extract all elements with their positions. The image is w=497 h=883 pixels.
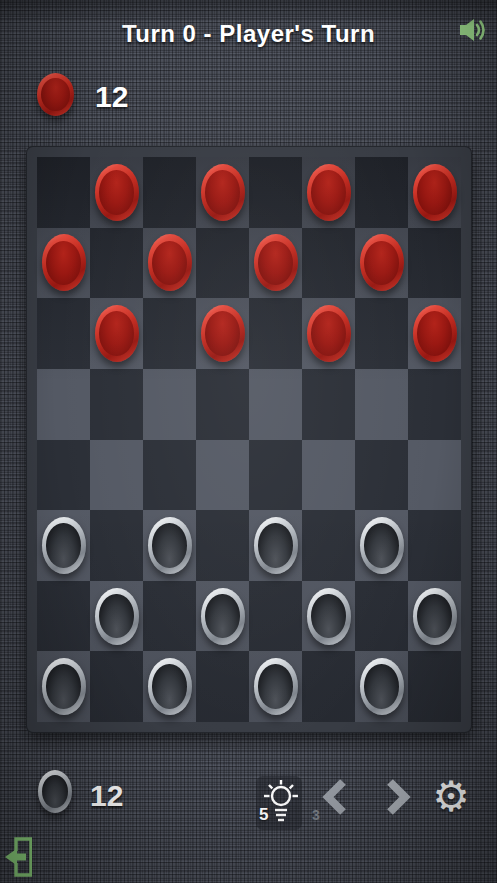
black-piece[interactable] — [254, 517, 298, 574]
door-exit-icon — [4, 834, 32, 880]
square-r3c5 — [302, 369, 355, 440]
square-r0c6 — [355, 157, 408, 228]
square-r6c0 — [37, 581, 90, 652]
square-r0c7[interactable] — [408, 157, 461, 228]
square-r6c6 — [355, 581, 408, 652]
black-piece[interactable] — [360, 517, 404, 574]
red-piece[interactable] — [413, 305, 457, 362]
black-piece[interactable] — [307, 588, 351, 645]
gear-icon: ⚙ — [432, 772, 470, 821]
square-r5c2[interactable] — [143, 510, 196, 581]
red-piece[interactable] — [95, 164, 139, 221]
square-r5c5 — [302, 510, 355, 581]
square-r2c7[interactable] — [408, 298, 461, 369]
red-piece-count: 12 — [95, 80, 128, 114]
square-r7c7 — [408, 651, 461, 722]
square-r2c4 — [249, 298, 302, 369]
red-piece[interactable] — [95, 305, 139, 362]
square-r1c3 — [196, 228, 249, 299]
square-r5c6[interactable] — [355, 510, 408, 581]
black-piece[interactable] — [42, 658, 86, 715]
black-piece[interactable] — [254, 658, 298, 715]
undo-count-badge: 3 — [312, 807, 320, 823]
square-r5c0[interactable] — [37, 510, 90, 581]
square-r4c4 — [249, 440, 302, 511]
square-r5c1 — [90, 510, 143, 581]
black-piece[interactable] — [413, 588, 457, 645]
square-r3c3 — [196, 369, 249, 440]
black-piece[interactable] — [148, 517, 192, 574]
black-counter-piece — [38, 770, 72, 813]
red-piece[interactable] — [42, 234, 86, 291]
red-piece[interactable] — [307, 164, 351, 221]
square-r2c1[interactable] — [90, 298, 143, 369]
exit-button[interactable] — [4, 834, 32, 880]
red-counter-piece — [37, 73, 74, 116]
square-r6c1[interactable] — [90, 581, 143, 652]
square-r0c4 — [249, 157, 302, 228]
square-r0c2 — [143, 157, 196, 228]
square-r2c0 — [37, 298, 90, 369]
board-grid — [37, 157, 461, 722]
chevron-left-icon — [322, 779, 348, 815]
turn-status-title: Turn 0 - Player's Turn — [0, 20, 497, 48]
square-r6c7[interactable] — [408, 581, 461, 652]
square-r6c3[interactable] — [196, 581, 249, 652]
undo-button[interactable]: 3 — [312, 779, 350, 819]
square-r2c3[interactable] — [196, 298, 249, 369]
square-r1c4[interactable] — [249, 228, 302, 299]
square-r4c2 — [143, 440, 196, 511]
square-r7c5 — [302, 651, 355, 722]
black-piece[interactable] — [95, 588, 139, 645]
red-piece[interactable] — [413, 164, 457, 221]
red-piece[interactable] — [201, 164, 245, 221]
hint-button[interactable]: 5 — [256, 776, 302, 830]
red-piece[interactable] — [360, 234, 404, 291]
black-piece[interactable] — [42, 517, 86, 574]
square-r5c7 — [408, 510, 461, 581]
square-r7c0[interactable] — [37, 651, 90, 722]
square-r0c1[interactable] — [90, 157, 143, 228]
square-r1c6[interactable] — [355, 228, 408, 299]
square-r4c1[interactable] — [90, 440, 143, 511]
square-r4c5[interactable] — [302, 440, 355, 511]
square-r1c7 — [408, 228, 461, 299]
black-piece-count: 12 — [90, 779, 123, 813]
chevron-right-icon — [385, 779, 411, 815]
black-piece[interactable] — [360, 658, 404, 715]
speaker-icon — [459, 17, 487, 43]
square-r3c1 — [90, 369, 143, 440]
black-piece[interactable] — [201, 588, 245, 645]
square-r6c4 — [249, 581, 302, 652]
square-r7c2[interactable] — [143, 651, 196, 722]
red-piece[interactable] — [254, 234, 298, 291]
red-piece[interactable] — [307, 305, 351, 362]
square-r4c3[interactable] — [196, 440, 249, 511]
square-r4c0 — [37, 440, 90, 511]
square-r5c4[interactable] — [249, 510, 302, 581]
square-r6c2 — [143, 581, 196, 652]
square-r2c5[interactable] — [302, 298, 355, 369]
square-r2c6 — [355, 298, 408, 369]
square-r1c0[interactable] — [37, 228, 90, 299]
square-r1c1 — [90, 228, 143, 299]
square-r0c5[interactable] — [302, 157, 355, 228]
square-r7c1 — [90, 651, 143, 722]
square-r1c2[interactable] — [143, 228, 196, 299]
square-r7c3 — [196, 651, 249, 722]
square-r3c6[interactable] — [355, 369, 408, 440]
settings-button[interactable]: ⚙ — [431, 774, 471, 820]
square-r3c2[interactable] — [143, 369, 196, 440]
square-r3c7 — [408, 369, 461, 440]
square-r3c0[interactable] — [37, 369, 90, 440]
square-r7c4[interactable] — [249, 651, 302, 722]
square-r4c7[interactable] — [408, 440, 461, 511]
square-r7c6[interactable] — [355, 651, 408, 722]
square-r0c0 — [37, 157, 90, 228]
red-piece[interactable] — [148, 234, 192, 291]
redo-button[interactable] — [385, 779, 415, 817]
black-piece[interactable] — [148, 658, 192, 715]
square-r1c5 — [302, 228, 355, 299]
square-r5c3 — [196, 510, 249, 581]
square-r3c4[interactable] — [249, 369, 302, 440]
square-r4c6 — [355, 440, 408, 511]
red-piece[interactable] — [201, 305, 245, 362]
square-r0c3[interactable] — [196, 157, 249, 228]
hint-count-badge: 5 — [259, 805, 268, 825]
square-r6c5[interactable] — [302, 581, 355, 652]
checkers-board — [27, 147, 471, 732]
square-r2c2 — [143, 298, 196, 369]
sound-icon[interactable] — [459, 17, 487, 43]
